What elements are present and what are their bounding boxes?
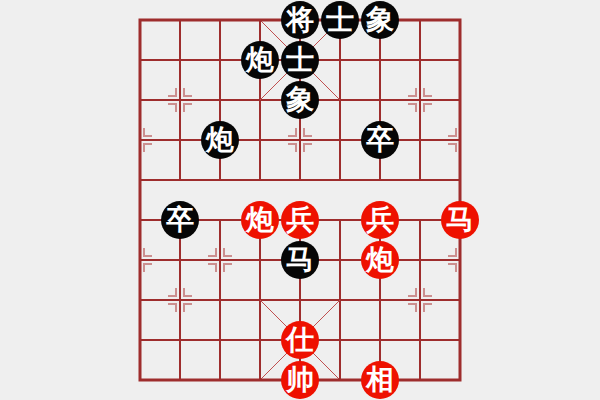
pieces-layer: 将士象炮士象炮卒卒炮兵兵马马炮仕帅相 — [120, 0, 480, 400]
piece-black-advisor[interactable]: 士 — [321, 1, 359, 39]
piece-red-horse[interactable]: 马 — [441, 201, 479, 239]
piece-red-soldier[interactable]: 兵 — [281, 201, 319, 239]
piece-black-elephant[interactable]: 象 — [281, 81, 319, 119]
piece-black-elephant[interactable]: 象 — [361, 1, 399, 39]
piece-red-advisor[interactable]: 仕 — [281, 321, 319, 359]
piece-black-cannon[interactable]: 炮 — [201, 121, 239, 159]
xiangqi-app: 将士象炮士象炮卒卒炮兵兵马马炮仕帅相 — [0, 0, 600, 400]
piece-black-horse[interactable]: 马 — [281, 241, 319, 279]
piece-red-cannon[interactable]: 炮 — [361, 241, 399, 279]
piece-black-cannon[interactable]: 炮 — [241, 41, 279, 79]
piece-black-advisor[interactable]: 士 — [281, 41, 319, 79]
piece-red-cannon[interactable]: 炮 — [241, 201, 279, 239]
piece-red-king[interactable]: 帅 — [281, 361, 319, 399]
piece-black-soldier[interactable]: 卒 — [161, 201, 199, 239]
piece-red-soldier[interactable]: 兵 — [361, 201, 399, 239]
piece-black-soldier[interactable]: 卒 — [361, 121, 399, 159]
piece-red-elephant[interactable]: 相 — [361, 361, 399, 399]
piece-black-king[interactable]: 将 — [281, 1, 319, 39]
